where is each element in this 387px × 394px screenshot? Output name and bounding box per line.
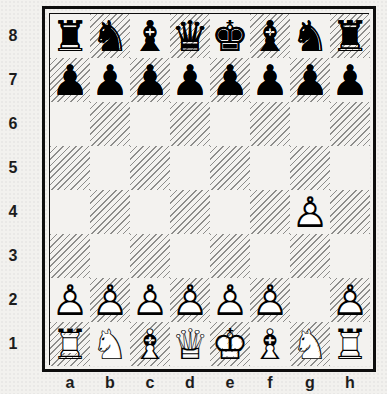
square-b4: [90, 190, 130, 234]
file-label-e: e: [210, 373, 250, 393]
piece-glyph: ♟: [330, 58, 370, 102]
file-label-d: d: [170, 373, 210, 393]
square-h3: [330, 234, 370, 278]
square-d6: [170, 102, 210, 146]
piece-glyph: ♗: [130, 322, 170, 366]
square-g8: ♞♞: [290, 14, 330, 58]
piece-glyph: ♚: [210, 14, 250, 58]
piece-bp-d7: ♟♟: [170, 58, 210, 102]
file-labels: abcdefgh: [50, 373, 370, 393]
square-f1: ♝♗: [250, 322, 290, 366]
piece-glyph: ♟: [90, 58, 130, 102]
square-e7: ♟♟: [210, 58, 250, 102]
square-a8: ♜♜: [50, 14, 90, 58]
square-f4: [250, 190, 290, 234]
file-label-b: b: [90, 373, 130, 393]
piece-glyph: ♖: [330, 322, 370, 366]
square-g2: [290, 278, 330, 322]
piece-glyph: ♘: [290, 322, 330, 366]
piece-bp-a7: ♟♟: [50, 58, 90, 102]
square-h8: ♜♜: [330, 14, 370, 58]
file-label-a: a: [50, 373, 90, 393]
piece-glyph: ♜: [330, 14, 370, 58]
square-c2: ♟♙: [130, 278, 170, 322]
piece-glyph: ♝: [130, 14, 170, 58]
square-b6: [90, 102, 130, 146]
square-h2: ♟♙: [330, 278, 370, 322]
square-a1: ♜♖: [50, 322, 90, 366]
square-g5: [290, 146, 330, 190]
square-c1: ♝♗: [130, 322, 170, 366]
piece-glyph: ♙: [330, 278, 370, 322]
square-e8: ♚♚: [210, 14, 250, 58]
square-a5: [50, 146, 90, 190]
piece-glyph: ♟: [290, 58, 330, 102]
file-label-g: g: [290, 373, 330, 393]
square-f7: ♟♟: [250, 58, 290, 102]
square-c4: [130, 190, 170, 234]
piece-bn-b8: ♞♞: [90, 14, 130, 58]
piece-wp-f2: ♟♙: [250, 278, 290, 322]
square-a6: [50, 102, 90, 146]
piece-glyph: ♙: [50, 278, 90, 322]
square-f6: [250, 102, 290, 146]
square-h4: [330, 190, 370, 234]
piece-wp-e2: ♟♙: [210, 278, 250, 322]
square-c7: ♟♟: [130, 58, 170, 102]
file-label-h: h: [330, 373, 370, 393]
piece-glyph: ♟: [130, 58, 170, 102]
file-label-c: c: [130, 373, 170, 393]
piece-wp-c2: ♟♙: [130, 278, 170, 322]
square-a2: ♟♙: [50, 278, 90, 322]
square-g4: ♟♙: [290, 190, 330, 234]
piece-wn-b1: ♞♘: [90, 322, 130, 366]
square-g7: ♟♟: [290, 58, 330, 102]
square-a4: [50, 190, 90, 234]
piece-wk-e1: ♚♔: [210, 322, 250, 366]
square-a7: ♟♟: [50, 58, 90, 102]
square-a3: [50, 234, 90, 278]
piece-wn-g1: ♞♘: [290, 322, 330, 366]
square-b5: [90, 146, 130, 190]
square-b7: ♟♟: [90, 58, 130, 102]
piece-glyph: ♟: [50, 58, 90, 102]
square-e6: [210, 102, 250, 146]
square-d8: ♛♛: [170, 14, 210, 58]
square-d7: ♟♟: [170, 58, 210, 102]
square-e2: ♟♙: [210, 278, 250, 322]
piece-wb-f1: ♝♗: [250, 322, 290, 366]
piece-br-h8: ♜♜: [330, 14, 370, 58]
square-d2: ♟♙: [170, 278, 210, 322]
square-f5: [250, 146, 290, 190]
piece-wr-h1: ♜♖: [330, 322, 370, 366]
square-c3: [130, 234, 170, 278]
file-label-f: f: [250, 373, 290, 393]
piece-glyph: ♖: [50, 322, 90, 366]
square-b2: ♟♙: [90, 278, 130, 322]
piece-bn-g8: ♞♞: [290, 14, 330, 58]
piece-glyph: ♙: [210, 278, 250, 322]
square-d4: [170, 190, 210, 234]
board-grid: ♜♜♞♞♝♝♛♛♚♚♝♝♞♞♜♜♟♟♟♟♟♟♟♟♟♟♟♟♟♟♟♟♟♙♟♙♟♙♟♙…: [49, 13, 369, 365]
square-h5: [330, 146, 370, 190]
piece-wb-c1: ♝♗: [130, 322, 170, 366]
square-f3: [250, 234, 290, 278]
chess-diagram: 87654321 ♜♜♞♞♝♝♛♛♚♚♝♝♞♞♜♜♟♟♟♟♟♟♟♟♟♟♟♟♟♟♟…: [0, 0, 387, 394]
piece-wp-d2: ♟♙: [170, 278, 210, 322]
square-d3: [170, 234, 210, 278]
square-g3: [290, 234, 330, 278]
piece-glyph: ♞: [90, 14, 130, 58]
square-h7: ♟♟: [330, 58, 370, 102]
square-e1: ♚♔: [210, 322, 250, 366]
rank-label-1: 1: [0, 322, 26, 366]
piece-wp-g4: ♟♙: [290, 190, 330, 234]
rank-label-7: 7: [0, 58, 26, 102]
piece-glyph: ♙: [130, 278, 170, 322]
piece-glyph: ♜: [50, 14, 90, 58]
square-f8: ♝♝: [250, 14, 290, 58]
square-c6: [130, 102, 170, 146]
piece-wr-a1: ♜♖: [50, 322, 90, 366]
piece-bb-f8: ♝♝: [250, 14, 290, 58]
square-e5: [210, 146, 250, 190]
piece-wp-h2: ♟♙: [330, 278, 370, 322]
piece-glyph: ♟: [210, 58, 250, 102]
piece-bp-g7: ♟♟: [290, 58, 330, 102]
square-b8: ♞♞: [90, 14, 130, 58]
piece-glyph: ♟: [250, 58, 290, 102]
rank-labels: 87654321: [0, 14, 26, 366]
piece-bk-e8: ♚♚: [210, 14, 250, 58]
square-d1: ♛♕: [170, 322, 210, 366]
piece-glyph: ♕: [170, 322, 210, 366]
piece-wq-d1: ♛♕: [170, 322, 210, 366]
piece-bq-d8: ♛♛: [170, 14, 210, 58]
piece-bp-e7: ♟♟: [210, 58, 250, 102]
piece-glyph: ♙: [250, 278, 290, 322]
square-g6: [290, 102, 330, 146]
piece-glyph: ♙: [290, 190, 330, 234]
piece-wp-b2: ♟♙: [90, 278, 130, 322]
rank-label-8: 8: [0, 14, 26, 58]
square-c5: [130, 146, 170, 190]
rank-label-3: 3: [0, 234, 26, 278]
rank-label-6: 6: [0, 102, 26, 146]
square-e3: [210, 234, 250, 278]
square-b3: [90, 234, 130, 278]
square-h6: [330, 102, 370, 146]
rank-label-5: 5: [0, 146, 26, 190]
piece-glyph: ♝: [250, 14, 290, 58]
piece-bb-c8: ♝♝: [130, 14, 170, 58]
piece-glyph: ♞: [290, 14, 330, 58]
piece-glyph: ♗: [250, 322, 290, 366]
rank-label-4: 4: [0, 190, 26, 234]
square-e4: [210, 190, 250, 234]
rank-label-2: 2: [0, 278, 26, 322]
piece-glyph: ♙: [170, 278, 210, 322]
piece-bp-f7: ♟♟: [250, 58, 290, 102]
piece-wp-a2: ♟♙: [50, 278, 90, 322]
square-d5: [170, 146, 210, 190]
piece-bp-h7: ♟♟: [330, 58, 370, 102]
piece-bp-b7: ♟♟: [90, 58, 130, 102]
square-g1: ♞♘: [290, 322, 330, 366]
square-b1: ♞♘: [90, 322, 130, 366]
piece-glyph: ♔: [210, 322, 250, 366]
piece-glyph: ♛: [170, 14, 210, 58]
piece-bp-c7: ♟♟: [130, 58, 170, 102]
piece-br-a8: ♜♜: [50, 14, 90, 58]
square-h1: ♜♖: [330, 322, 370, 366]
chess-board: ♜♜♞♞♝♝♛♛♚♚♝♝♞♞♜♜♟♟♟♟♟♟♟♟♟♟♟♟♟♟♟♟♟♙♟♙♟♙♟♙…: [42, 6, 376, 372]
square-f2: ♟♙: [250, 278, 290, 322]
piece-glyph: ♟: [170, 58, 210, 102]
square-c8: ♝♝: [130, 14, 170, 58]
piece-glyph: ♙: [90, 278, 130, 322]
piece-glyph: ♘: [90, 322, 130, 366]
